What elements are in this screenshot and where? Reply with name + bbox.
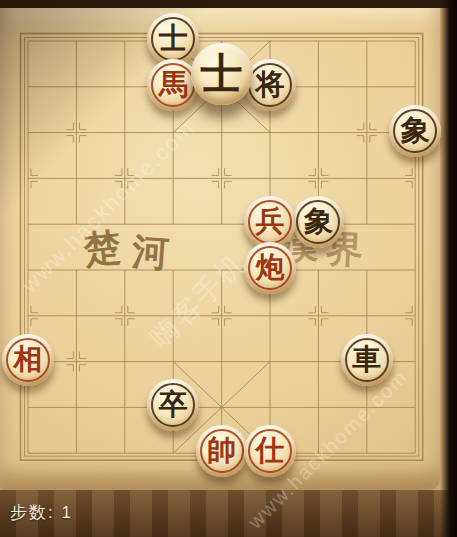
piece-glyph: 士 (201, 46, 243, 102)
piece-red-仕[interactable]: 仕 (244, 425, 296, 477)
piece-glyph: 兵 (256, 202, 285, 242)
piece-glyph: 士 (159, 19, 188, 59)
piece-glyph: 馬 (159, 65, 188, 105)
river-label-chu: 楚 (81, 222, 123, 276)
piece-glyph: 帥 (207, 431, 236, 471)
river-label-he: 河 (130, 227, 170, 279)
piece-red-帥[interactable]: 帥 (196, 425, 248, 477)
xiangqi-app-screen: 楚 河 漢 界 士馬将士象象兵炮相車卒帥仕 www.hackhome.com 嗨… (0, 0, 457, 537)
move-counter: 步数: 1 (10, 501, 73, 524)
piece-glyph: 仕 (256, 431, 285, 471)
piece-red-相[interactable]: 相 (2, 334, 54, 386)
piece-glyph: 相 (14, 340, 43, 380)
top-frame-edge (0, 0, 457, 8)
piece-red-兵[interactable]: 兵 (244, 196, 296, 248)
piece-black-士[interactable]: 士 (191, 43, 253, 105)
piece-glyph: 卒 (159, 385, 188, 425)
piece-black-車[interactable]: 車 (341, 334, 393, 386)
piece-glyph: 象 (304, 202, 333, 242)
piece-glyph: 炮 (256, 248, 285, 288)
piece-glyph: 車 (352, 340, 381, 380)
piece-black-象[interactable]: 象 (389, 105, 441, 157)
piece-black-士[interactable]: 士 (147, 13, 199, 65)
piece-red-炮[interactable]: 炮 (244, 242, 296, 294)
piece-glyph: 将 (256, 65, 285, 105)
piece-glyph: 象 (401, 111, 430, 151)
right-frame-edge (440, 0, 457, 537)
